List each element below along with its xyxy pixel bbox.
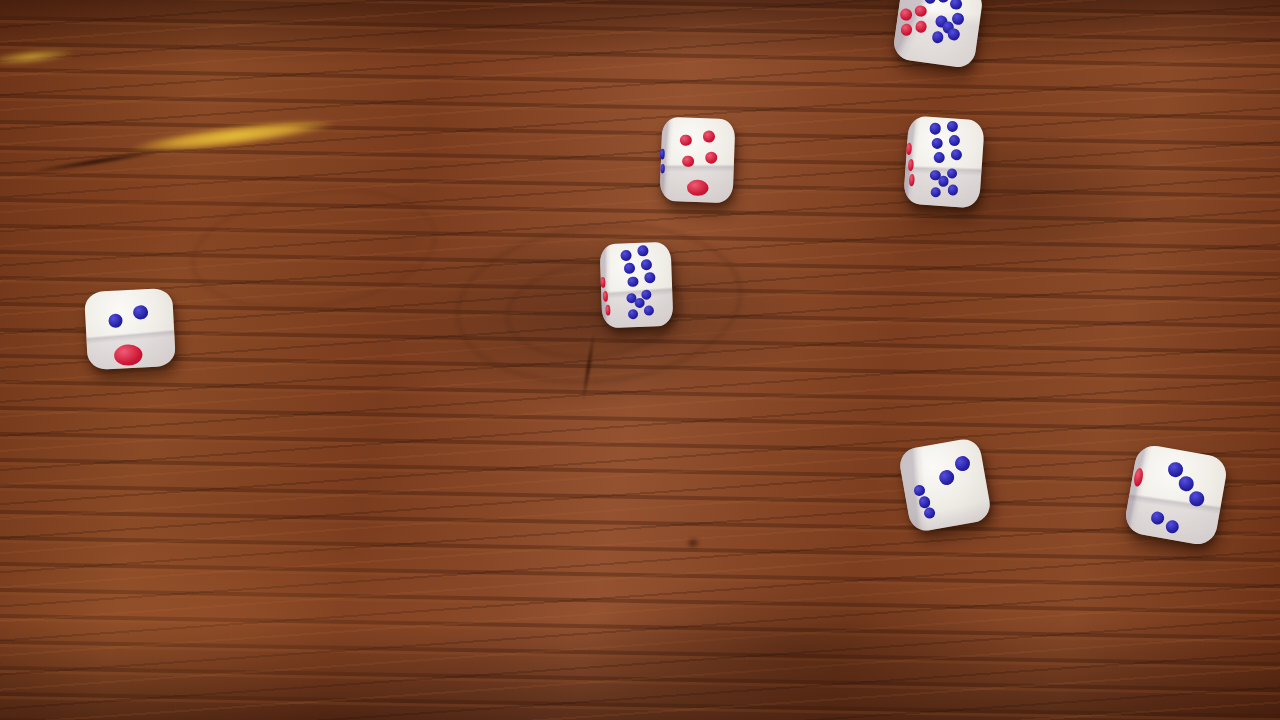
red-pip <box>601 277 606 288</box>
blue-pip <box>634 298 644 308</box>
blue-pip <box>938 469 955 486</box>
blue-pip <box>1188 490 1205 507</box>
blue-pip <box>627 276 638 287</box>
blue-pip <box>933 151 945 163</box>
red-pip <box>682 155 694 167</box>
blue-pip <box>660 149 665 159</box>
red-pip <box>900 8 913 21</box>
blue-pip <box>642 290 652 300</box>
blue-pip <box>1178 475 1195 492</box>
red-pip <box>900 23 913 36</box>
blue-pip <box>638 246 649 257</box>
red-pip <box>1132 467 1144 487</box>
blue-pip <box>947 168 958 179</box>
blue-pip <box>949 135 961 147</box>
blue-pip <box>931 30 944 43</box>
dice-layer <box>0 0 1280 720</box>
red-pip <box>914 4 927 17</box>
red-pip <box>680 134 692 146</box>
die-5 <box>600 242 674 328</box>
blue-pip <box>108 313 123 328</box>
blue-pip <box>624 263 635 274</box>
blue-pip <box>930 187 941 198</box>
blue-pip <box>1165 519 1180 534</box>
die-3 <box>892 0 984 69</box>
blue-pip <box>621 250 632 261</box>
red-pip <box>605 304 610 315</box>
die-6 <box>897 437 992 534</box>
red-pip <box>906 143 912 155</box>
blue-pip <box>951 149 963 161</box>
blue-pip <box>949 0 962 11</box>
red-pip <box>909 174 915 186</box>
die-7 <box>1123 443 1229 548</box>
blue-pip <box>947 184 958 195</box>
blue-pip <box>644 272 655 283</box>
red-pip <box>687 179 710 196</box>
blue-pip <box>641 259 652 270</box>
die-4 <box>903 115 985 208</box>
red-pip <box>705 152 717 164</box>
red-pip <box>914 20 927 33</box>
blue-pip <box>133 305 148 320</box>
red-pip <box>114 344 144 367</box>
die-1 <box>84 288 176 370</box>
blue-pip <box>628 309 638 319</box>
wood-table <box>0 0 1280 720</box>
blue-pip <box>931 137 943 149</box>
blue-pip <box>938 176 949 187</box>
blue-pip <box>937 0 950 3</box>
blue-pip <box>929 123 941 135</box>
die-2 <box>660 117 736 203</box>
blue-pip <box>923 0 936 4</box>
blue-pip <box>913 484 926 497</box>
blue-pip <box>924 507 937 520</box>
blue-pip <box>644 305 654 315</box>
blue-pip <box>947 28 960 41</box>
blue-pip <box>947 120 959 132</box>
blue-pip <box>1150 511 1165 526</box>
red-pip <box>907 159 913 171</box>
blue-pip <box>661 164 666 174</box>
blue-pip <box>1167 461 1184 478</box>
red-pip <box>703 131 715 143</box>
blue-pip <box>954 455 971 472</box>
red-pip <box>602 291 607 302</box>
